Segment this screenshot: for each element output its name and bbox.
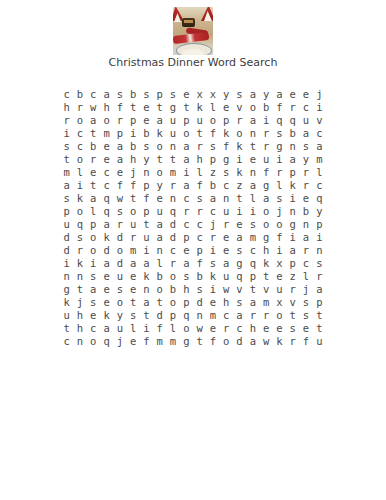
grid-cell: t xyxy=(60,152,73,165)
grid-cell: i xyxy=(60,256,73,269)
grid-cell: p xyxy=(180,230,193,243)
grid-cell: d xyxy=(233,334,246,347)
grid-cell: s xyxy=(166,87,179,100)
grid-cell: k xyxy=(286,178,299,191)
grid-cell: i xyxy=(140,321,153,334)
grid-cell: o xyxy=(166,295,179,308)
grid-cell: n xyxy=(220,191,233,204)
grid-cell: o xyxy=(259,217,272,230)
grid-cell: p xyxy=(180,113,193,126)
grid-cell: i xyxy=(286,230,299,243)
grid-cell: a xyxy=(286,152,299,165)
grid-cell: e xyxy=(259,321,272,334)
grid-cell: u xyxy=(140,230,153,243)
grid-cell: s xyxy=(113,282,126,295)
grid-cell: r xyxy=(233,113,246,126)
grid-cell: r xyxy=(220,321,233,334)
grid-cell: r xyxy=(206,230,219,243)
grid-cell: e xyxy=(126,334,139,347)
grid-cell: p xyxy=(140,178,153,191)
grid-cell: x xyxy=(206,87,219,100)
grid-cell: e xyxy=(206,295,219,308)
grid-cell: o xyxy=(73,152,86,165)
christmas-dinner-photo xyxy=(173,7,213,55)
grid-cell: u xyxy=(220,269,233,282)
grid-cell: f xyxy=(126,178,139,191)
grid-cell: r xyxy=(73,100,86,113)
grid-cell: e xyxy=(140,113,153,126)
grid-cell: c xyxy=(299,256,312,269)
grid-cell: n xyxy=(73,334,86,347)
grid-cell: r xyxy=(193,204,206,217)
grid-cell: m xyxy=(206,308,219,321)
grid-cell: b xyxy=(87,139,100,152)
grid-cell: i xyxy=(246,204,259,217)
grid-cell: p xyxy=(87,217,100,230)
grid-cell: a xyxy=(180,152,193,165)
grid-cell: t xyxy=(166,152,179,165)
grid-cell: e xyxy=(220,243,233,256)
grid-cell: u xyxy=(166,126,179,139)
grid-cell: d xyxy=(193,295,206,308)
grid-cell: i xyxy=(126,126,139,139)
grid-cell: l xyxy=(246,191,259,204)
grid-cell: a xyxy=(246,178,259,191)
grid-cell: i xyxy=(206,243,219,256)
grid-cell: v xyxy=(313,113,326,126)
grid-cell: b xyxy=(286,126,299,139)
grid-cell: y xyxy=(259,87,272,100)
grid-cell: a xyxy=(299,230,312,243)
grid-cell: o xyxy=(113,295,126,308)
grid-cell: h xyxy=(220,295,233,308)
grid-cell: a xyxy=(153,217,166,230)
grid-cell: r xyxy=(73,243,86,256)
grid-cell: e xyxy=(87,165,100,178)
grid-cell: w xyxy=(87,100,100,113)
grid-cell: p xyxy=(220,113,233,126)
grid-cell: a xyxy=(246,334,259,347)
grid-cell: a xyxy=(273,87,286,100)
grid-cell: c xyxy=(193,230,206,243)
grid-cell: s xyxy=(193,191,206,204)
grid-cell: r xyxy=(113,113,126,126)
grid-cell: a xyxy=(259,191,272,204)
grid-cell: t xyxy=(193,334,206,347)
grid-cell: p xyxy=(180,295,193,308)
grid-cell: k xyxy=(220,126,233,139)
grid-cell: d xyxy=(60,230,73,243)
grid-cell: s xyxy=(140,139,153,152)
grid-cell: b xyxy=(73,87,86,100)
grid-cell: t xyxy=(87,126,100,139)
grid-cell: a xyxy=(100,87,113,100)
grid-cell: r xyxy=(180,204,193,217)
grid-cell: b xyxy=(153,269,166,282)
grid-cell: k xyxy=(259,256,272,269)
grid-cell: f xyxy=(193,178,206,191)
grid-cell: e xyxy=(113,165,126,178)
grid-cell: u xyxy=(166,113,179,126)
grid-cell: e xyxy=(299,191,312,204)
grid-cell: c xyxy=(246,243,259,256)
grid-cell: q xyxy=(313,191,326,204)
grid-cell: s xyxy=(233,87,246,100)
grid-cell: p xyxy=(206,152,219,165)
grid-cell: c xyxy=(220,178,233,191)
grid-cell: f xyxy=(113,178,126,191)
grid-cell: a xyxy=(180,178,193,191)
grid-cell: a xyxy=(113,139,126,152)
grid-cell: t xyxy=(153,100,166,113)
grid-cell: l xyxy=(126,321,139,334)
grid-cell: p xyxy=(140,204,153,217)
grid-cell: c xyxy=(299,100,312,113)
grid-cell: q xyxy=(100,334,113,347)
grid-cell: w xyxy=(193,321,206,334)
grid-cell: n xyxy=(193,308,206,321)
grid-cell: k xyxy=(233,165,246,178)
grid-cell: o xyxy=(87,230,100,243)
grid-cell: o xyxy=(259,204,272,217)
word-search-grid: cbcasbspsexxysayaeejhrwhftetgtklevobfrci… xyxy=(60,87,326,347)
grid-cell: s xyxy=(273,191,286,204)
grid-cell: f xyxy=(140,191,153,204)
grid-cell: x xyxy=(273,256,286,269)
grid-cell: j xyxy=(73,295,86,308)
grid-cell: g xyxy=(166,100,179,113)
grid-cell: a xyxy=(220,256,233,269)
grid-cell: o xyxy=(273,217,286,230)
grid-cell: n xyxy=(60,269,73,282)
grid-cell: s xyxy=(299,308,312,321)
grid-cell: s xyxy=(113,204,126,217)
grid-cell: a xyxy=(126,256,139,269)
grid-cell: r xyxy=(259,139,272,152)
grid-cell: k xyxy=(233,139,246,152)
grid-cell: p xyxy=(113,126,126,139)
grid-cell: i xyxy=(60,126,73,139)
grid-cell: n xyxy=(286,139,299,152)
grid-cell: o xyxy=(180,126,193,139)
grid-cell: h xyxy=(73,308,86,321)
grid-cell: s xyxy=(206,139,219,152)
grid-cell: a xyxy=(87,113,100,126)
grid-cell: p xyxy=(166,308,179,321)
grid-cell: d xyxy=(100,243,113,256)
grid-cell: k xyxy=(140,269,153,282)
grid-cell: n xyxy=(286,204,299,217)
grid-cell: s xyxy=(87,295,100,308)
grid-cell: q xyxy=(100,204,113,217)
grid-cell: e xyxy=(100,152,113,165)
grid-cell: p xyxy=(246,269,259,282)
grid-cell: f xyxy=(206,126,219,139)
grid-cell: n xyxy=(140,282,153,295)
grid-cell: d xyxy=(166,230,179,243)
grid-cell: a xyxy=(299,126,312,139)
grid-cell: c xyxy=(87,321,100,334)
grid-cell: v xyxy=(286,295,299,308)
grid-cell: a xyxy=(246,113,259,126)
grid-cell: m xyxy=(153,334,166,347)
grid-cell: g xyxy=(233,256,246,269)
grid-cell: o xyxy=(126,204,139,217)
grid-cell: b xyxy=(126,87,139,100)
grid-cell: a xyxy=(100,321,113,334)
grid-cell: q xyxy=(246,256,259,269)
grid-cell: i xyxy=(140,243,153,256)
grid-cell: t xyxy=(73,282,86,295)
grid-cell: b xyxy=(166,282,179,295)
grid-cell: c xyxy=(60,87,73,100)
grid-cell: k xyxy=(100,308,113,321)
grid-cell: f xyxy=(193,256,206,269)
grid-cell: r xyxy=(126,230,139,243)
grid-cell: o xyxy=(220,334,233,347)
grid-cell: e xyxy=(233,217,246,230)
grid-cell: k xyxy=(60,295,73,308)
grid-cell: r xyxy=(299,165,312,178)
grid-cell: r xyxy=(246,308,259,321)
grid-cell: e xyxy=(87,308,100,321)
grid-cell: w xyxy=(220,282,233,295)
grid-cell: f xyxy=(153,321,166,334)
grid-cell: c xyxy=(100,178,113,191)
grid-cell: n xyxy=(246,165,259,178)
grid-cell: p xyxy=(286,256,299,269)
grid-cell: e xyxy=(273,269,286,282)
grid-cell: c xyxy=(180,191,193,204)
grid-cell: a xyxy=(233,230,246,243)
grid-cell: l xyxy=(166,321,179,334)
grid-cell: j xyxy=(126,165,139,178)
grid-cell: r xyxy=(259,126,272,139)
grid-cell: f xyxy=(273,100,286,113)
grid-cell: k xyxy=(193,100,206,113)
grid-cell: j xyxy=(206,217,219,230)
grid-cell: q xyxy=(100,191,113,204)
grid-cell: p xyxy=(193,243,206,256)
grid-cell: e xyxy=(180,243,193,256)
grid-cell: i xyxy=(206,282,219,295)
grid-cell: l xyxy=(299,269,312,282)
grid-cell: j xyxy=(313,87,326,100)
grid-cell: k xyxy=(206,269,219,282)
grid-cell: q xyxy=(73,217,86,230)
grid-cell: g xyxy=(60,282,73,295)
grid-cell: h xyxy=(180,282,193,295)
grid-cell: s xyxy=(180,269,193,282)
grid-cell: s xyxy=(233,243,246,256)
grid-cell: x xyxy=(273,295,286,308)
grid-cell: t xyxy=(180,100,193,113)
grid-cell: g xyxy=(259,230,272,243)
grid-cell: c xyxy=(100,165,113,178)
grid-cell: a xyxy=(246,295,259,308)
grid-cell: g xyxy=(220,152,233,165)
grid-cell: i xyxy=(313,100,326,113)
grid-cell: e xyxy=(180,87,193,100)
grid-cell: d xyxy=(113,230,126,243)
grid-cell: a xyxy=(180,139,193,152)
grid-cell: k xyxy=(73,256,86,269)
grid-cell: i xyxy=(259,113,272,126)
grid-cell: f xyxy=(273,230,286,243)
grid-cell: e xyxy=(299,87,312,100)
grid-cell: n xyxy=(73,269,86,282)
grid-cell: l xyxy=(313,165,326,178)
grid-cell: n xyxy=(166,139,179,152)
grid-cell: a xyxy=(60,178,73,191)
grid-cell: o xyxy=(87,334,100,347)
grid-cell: t xyxy=(126,295,139,308)
grid-cell: o xyxy=(113,243,126,256)
grid-cell: t xyxy=(246,139,259,152)
grid-cell: i xyxy=(273,152,286,165)
grid-cell: n xyxy=(153,243,166,256)
grid-cell: g xyxy=(286,217,299,230)
grid-cell: f xyxy=(140,334,153,347)
grid-cell: u xyxy=(299,113,312,126)
grid-cell: i xyxy=(273,243,286,256)
grid-cell: s xyxy=(299,295,312,308)
grid-cell: y xyxy=(313,204,326,217)
grid-cell: u xyxy=(313,334,326,347)
grid-cell: w xyxy=(113,191,126,204)
grid-cell: o xyxy=(166,269,179,282)
grid-cell: u xyxy=(60,217,73,230)
grid-cell: a xyxy=(87,191,100,204)
grid-cell: d xyxy=(166,217,179,230)
grid-cell: c xyxy=(233,321,246,334)
grid-cell: x xyxy=(193,87,206,100)
grid-cell: s xyxy=(60,191,73,204)
grid-cell: n xyxy=(299,217,312,230)
grid-cell: h xyxy=(73,321,86,334)
grid-cell: v xyxy=(259,282,272,295)
grid-cell: t xyxy=(126,191,139,204)
grid-cell: i xyxy=(87,256,100,269)
grid-cell: s xyxy=(246,217,259,230)
grid-cell: i xyxy=(233,204,246,217)
grid-cell: i xyxy=(180,165,193,178)
grid-cell: p xyxy=(153,87,166,100)
grid-cell: m xyxy=(126,243,139,256)
grid-cell: s xyxy=(206,256,219,269)
grid-cell: l xyxy=(193,165,206,178)
grid-cell: o xyxy=(246,100,259,113)
grid-cell: c xyxy=(73,126,86,139)
grid-cell: c xyxy=(313,126,326,139)
grid-cell: s xyxy=(220,165,233,178)
grid-cell: n xyxy=(246,126,259,139)
grid-cell: h xyxy=(259,243,272,256)
grid-cell: k xyxy=(153,126,166,139)
grid-cell: q xyxy=(286,113,299,126)
grid-cell: o xyxy=(180,321,193,334)
grid-cell: d xyxy=(60,243,73,256)
grid-cell: e xyxy=(246,152,259,165)
grid-cell: u xyxy=(126,217,139,230)
grid-cell: o xyxy=(73,113,86,126)
grid-cell: q xyxy=(233,269,246,282)
grid-cell: r xyxy=(299,178,312,191)
grid-cell: l xyxy=(273,178,286,191)
grid-cell: r xyxy=(259,308,272,321)
grid-cell: b xyxy=(193,269,206,282)
grid-cell: r xyxy=(286,100,299,113)
grid-cell: m xyxy=(60,165,73,178)
grid-cell: p xyxy=(313,295,326,308)
grid-cell: y xyxy=(140,152,153,165)
grid-cell: b xyxy=(259,100,272,113)
grid-cell: e xyxy=(153,191,166,204)
grid-cell: b xyxy=(126,139,139,152)
worksheet-page: Christmas Dinner Word Search cbcasbspsex… xyxy=(0,0,386,500)
grid-cell: b xyxy=(299,204,312,217)
grid-cell: a xyxy=(113,152,126,165)
grid-cell: p xyxy=(126,113,139,126)
grid-cell: s xyxy=(87,269,100,282)
grid-cell: z xyxy=(206,165,219,178)
grid-cell: a xyxy=(233,308,246,321)
grid-cell: t xyxy=(259,269,272,282)
grid-cell: o xyxy=(73,204,86,217)
grid-cell: t xyxy=(313,321,326,334)
grid-cell: m xyxy=(313,152,326,165)
grid-cell: y xyxy=(299,152,312,165)
grid-cell: o xyxy=(273,308,286,321)
grid-cell: d xyxy=(153,308,166,321)
grid-cell: t xyxy=(60,321,73,334)
grid-cell: l xyxy=(206,100,219,113)
grid-cell: h xyxy=(60,100,73,113)
grid-cell: o xyxy=(153,165,166,178)
grid-cell: a xyxy=(140,256,153,269)
grid-cell: i xyxy=(73,178,86,191)
grid-cell: a xyxy=(87,282,100,295)
grid-cell: u xyxy=(259,152,272,165)
grid-cell: a xyxy=(153,113,166,126)
grid-cell: i xyxy=(286,191,299,204)
grid-cell: f xyxy=(206,334,219,347)
grid-cell: u xyxy=(113,269,126,282)
grid-cell: e xyxy=(100,139,113,152)
grid-cell: b xyxy=(206,178,219,191)
grid-cell: d xyxy=(113,256,126,269)
grid-cell: r xyxy=(220,217,233,230)
grid-cell: h xyxy=(193,152,206,165)
grid-cell: r xyxy=(113,217,126,230)
grid-cell: o xyxy=(206,113,219,126)
grid-cell: t xyxy=(153,295,166,308)
grid-cell: u xyxy=(193,113,206,126)
grid-cell: e xyxy=(286,87,299,100)
grid-cell: a xyxy=(140,295,153,308)
grid-cell: o xyxy=(87,243,100,256)
grid-cell: h xyxy=(246,321,259,334)
grid-cell: c xyxy=(73,139,86,152)
grid-cell: s xyxy=(313,256,326,269)
grid-cell: i xyxy=(233,152,246,165)
grid-cell: c xyxy=(180,217,193,230)
puzzle-title: Christmas Dinner Word Search xyxy=(0,56,386,69)
grid-cell: t xyxy=(246,282,259,295)
grid-cell: c xyxy=(87,87,100,100)
grid-cell: a xyxy=(180,256,193,269)
grid-cell: s xyxy=(286,321,299,334)
